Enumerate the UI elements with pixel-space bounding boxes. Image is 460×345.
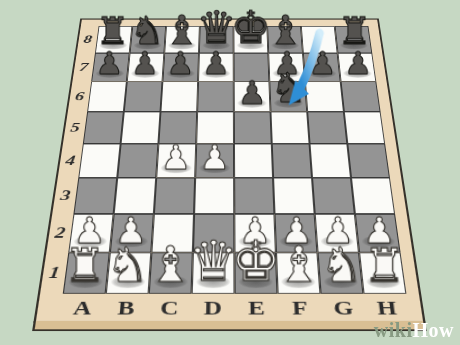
file-label-h: H bbox=[363, 294, 410, 321]
square-h5[interactable] bbox=[344, 112, 385, 144]
piece-wP-c4[interactable]: ♟ bbox=[161, 140, 191, 174]
piece-bP-b7[interactable]: ♟ bbox=[131, 48, 159, 79]
square-h6[interactable] bbox=[341, 82, 381, 112]
square-b5[interactable] bbox=[121, 112, 161, 144]
square-g6[interactable] bbox=[305, 82, 344, 112]
file-label-f: F bbox=[278, 294, 323, 321]
square-b6[interactable] bbox=[124, 82, 163, 112]
piece-wB-c1[interactable]: ♝ bbox=[148, 240, 192, 290]
square-g1[interactable]: ♞ bbox=[317, 253, 363, 294]
square-h1[interactable]: ♜ bbox=[359, 253, 406, 294]
square-d7[interactable]: ♟ bbox=[198, 53, 234, 82]
square-b7[interactable]: ♟ bbox=[127, 53, 164, 82]
file-label-c: C bbox=[147, 294, 192, 321]
wikihow-wiki-text: wiki bbox=[374, 319, 413, 341]
wikihow-how-text: How bbox=[413, 319, 455, 341]
square-d6[interactable] bbox=[197, 82, 234, 112]
rank-label-5: 5 bbox=[63, 112, 87, 144]
square-e4[interactable] bbox=[234, 144, 273, 178]
square-g5[interactable] bbox=[307, 112, 347, 144]
piece-wN-b1[interactable]: ♞ bbox=[106, 242, 148, 289]
square-c3[interactable] bbox=[154, 178, 195, 214]
piece-wK-e1[interactable]: ♚ bbox=[231, 234, 280, 289]
square-c4[interactable]: ♟ bbox=[156, 144, 196, 178]
piece-wP-d4[interactable]: ♟ bbox=[200, 140, 230, 174]
square-b1[interactable]: ♞ bbox=[106, 253, 152, 294]
piece-wN-g1[interactable]: ♞ bbox=[320, 242, 362, 289]
piece-bP-h7[interactable]: ♟ bbox=[344, 48, 372, 79]
square-h4[interactable] bbox=[347, 144, 390, 178]
square-a4[interactable] bbox=[78, 144, 120, 178]
square-d3[interactable] bbox=[194, 178, 234, 214]
square-a5[interactable] bbox=[83, 112, 124, 144]
piece-bP-c7[interactable]: ♟ bbox=[167, 48, 195, 79]
square-f5[interactable] bbox=[271, 112, 310, 144]
rank-label-6: 6 bbox=[68, 82, 91, 112]
piece-wR-h1[interactable]: ♜ bbox=[364, 243, 405, 289]
square-d4[interactable]: ♟ bbox=[195, 144, 234, 178]
square-h7[interactable]: ♟ bbox=[338, 53, 377, 82]
square-a7[interactable]: ♟ bbox=[91, 53, 129, 82]
square-e8[interactable]: ♚ bbox=[233, 26, 268, 53]
rank-label-4: 4 bbox=[58, 144, 83, 178]
piece-wB-f1[interactable]: ♝ bbox=[277, 240, 321, 290]
square-c1[interactable]: ♝ bbox=[149, 253, 193, 294]
square-f6[interactable]: ♞ bbox=[269, 82, 307, 112]
square-e1[interactable]: ♚ bbox=[234, 253, 277, 294]
file-label-e: E bbox=[235, 294, 279, 321]
file-label-a: A bbox=[59, 294, 106, 321]
square-e6[interactable]: ♟ bbox=[234, 82, 271, 112]
piece-bP-a7[interactable]: ♟ bbox=[96, 48, 124, 79]
file-label-d: D bbox=[191, 294, 235, 321]
square-d1[interactable]: ♛ bbox=[192, 253, 235, 294]
square-c6[interactable] bbox=[160, 82, 198, 112]
piece-wR-a1[interactable]: ♜ bbox=[64, 243, 105, 289]
square-a1[interactable]: ♜ bbox=[63, 253, 110, 294]
square-g7[interactable]: ♟ bbox=[303, 53, 341, 82]
square-a6[interactable] bbox=[87, 82, 127, 112]
piece-bP-e6[interactable]: ♟ bbox=[238, 77, 266, 109]
piece-bP-g7[interactable]: ♟ bbox=[309, 48, 337, 79]
chess-illustration: 8♜♞♝♛♚♝♜7♟♟♟♟♟♟♟6♟♞ 54♟♟32♟♟♟♟♟♟1♜♞♝♛♚♝♞… bbox=[60, 0, 399, 345]
square-f1[interactable]: ♝ bbox=[276, 253, 321, 294]
square-e5[interactable] bbox=[234, 112, 272, 144]
square-c7[interactable]: ♟ bbox=[162, 53, 199, 82]
square-b4[interactable] bbox=[117, 144, 158, 178]
piece-bK-e8[interactable]: ♚ bbox=[231, 6, 271, 51]
square-f4[interactable] bbox=[272, 144, 312, 178]
square-g4[interactable] bbox=[310, 144, 351, 178]
file-label-g: G bbox=[321, 294, 367, 321]
piece-bP-d7[interactable]: ♟ bbox=[202, 48, 230, 79]
piece-bN-f6[interactable]: ♞ bbox=[271, 68, 307, 108]
chessboard[interactable]: 8♜♞♝♛♚♝♜7♟♟♟♟♟♟♟6♟♞ 54♟♟32♟♟♟♟♟♟1♜♞♝♛♚♝♞… bbox=[33, 18, 425, 322]
wikihow-watermark: wikiHow bbox=[374, 319, 454, 342]
file-label-b: B bbox=[103, 294, 149, 321]
